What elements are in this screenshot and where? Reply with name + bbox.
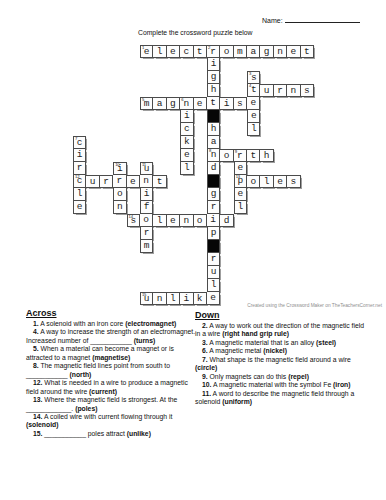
down-heading: Down [195, 310, 385, 320]
grid-cell[interactable]: r2 [207, 45, 220, 58]
grid-cell[interactable]: o [194, 214, 207, 227]
grid-cell[interactable]: o [220, 45, 233, 58]
grid-cell[interactable]: n8 [207, 149, 220, 162]
grid-cell[interactable]: o [247, 175, 260, 188]
grid-cell[interactable]: n [180, 214, 193, 227]
across-clue-13: 13. Where the magnetic field is stronges… [26, 396, 212, 413]
grid-cell[interactable]: l [153, 45, 166, 58]
grid-cell[interactable]: o [113, 188, 126, 201]
down-clue-2: 2. A way to work out the direction of th… [195, 322, 385, 339]
down-section: Down 2. A way to work out the direction … [195, 310, 385, 407]
grid-cell[interactable]: s [301, 84, 314, 97]
across-clue-8: 8. The magnetic field lines point from s… [26, 362, 212, 379]
grid-cell[interactable]: t4 [247, 84, 260, 97]
grid-cell[interactable]: t [247, 149, 260, 162]
across-section: Across 1. A solenoid with an iron core (… [26, 308, 212, 438]
name-blank-line [285, 15, 360, 23]
across-clue-14: 14. A coiled wire with current flowing t… [26, 413, 212, 430]
grid-cell[interactable]: r [100, 175, 113, 188]
down-clue-11: 11. A word to describe the magnetic fiel… [195, 390, 385, 407]
down-clue-6: 6. A magnetic metal (nickel) [195, 347, 385, 355]
grid-cell[interactable]: e [127, 175, 140, 188]
grid-cell[interactable]: r [274, 84, 287, 97]
grid-cell[interactable]: l [73, 188, 86, 201]
grid-cell[interactable]: d [220, 214, 233, 227]
grid-cell[interactable]: d [207, 162, 220, 175]
grid-cell[interactable]: m5 [140, 97, 153, 110]
across-clue-list: 1. A solenoid with an iron core (electro… [26, 320, 212, 438]
grid-cell[interactable]: g [260, 45, 273, 58]
grid-cell[interactable]: h [207, 84, 220, 97]
grid-cell[interactable]: l [234, 201, 247, 214]
grid-cell[interactable]: e [234, 188, 247, 201]
grid-cell[interactable]: u [207, 266, 220, 279]
grid-cell[interactable]: n [113, 201, 126, 214]
grid-cell[interactable]: e [247, 97, 260, 110]
grid-cell[interactable]: i [73, 149, 86, 162]
grid-cell[interactable]: l [260, 175, 273, 188]
grid-cell[interactable]: l [167, 292, 180, 305]
grid-cell[interactable]: o [140, 214, 153, 227]
clue-number: 15 [142, 293, 146, 298]
grid-cell[interactable]: i [220, 97, 233, 110]
grid-cell[interactable]: i [207, 58, 220, 71]
grid-cell[interactable]: o [220, 149, 233, 162]
down-clue-10: 10. A magnetic material with the symbol … [195, 381, 385, 389]
grid-cell[interactable]: g [207, 71, 220, 84]
grid-cell[interactable]: t [207, 97, 220, 110]
grid-cell[interactable]: u [86, 175, 99, 188]
grid-cell[interactable]: a [153, 97, 166, 110]
grid-cell[interactable]: l [247, 123, 260, 136]
down-clue-list: 2. A way to work out the direction of th… [195, 322, 385, 407]
across-clue-4: 4. A way to increase the strength of an … [26, 328, 212, 345]
grid-cell[interactable]: e [194, 97, 207, 110]
clue-number: 3 [249, 72, 251, 77]
black-cell[interactable] [207, 175, 220, 188]
grid-cell[interactable]: p [207, 227, 220, 240]
grid-cell[interactable]: n [274, 45, 287, 58]
grid-cell[interactable]: e [73, 201, 86, 214]
clue-number: 7 [75, 137, 77, 142]
grid-cell[interactable]: e [167, 214, 180, 227]
grid-cell[interactable]: e [274, 175, 287, 188]
grid-cell[interactable]: k [194, 292, 207, 305]
grid-cell[interactable]: f [140, 201, 153, 214]
across-clue-5: 5. When a material can become a magnet o… [26, 345, 212, 362]
clue-number: 2 [208, 46, 210, 51]
black-cell[interactable] [207, 240, 220, 253]
grid-cell[interactable]: g [207, 188, 220, 201]
across-clue-1: 1. A solenoid with an iron core (electro… [26, 320, 212, 328]
name-label: Name: [262, 17, 283, 24]
clue-number: 5 [142, 98, 144, 103]
grid-cell[interactable]: l [153, 214, 166, 227]
grid-cell[interactable]: e [180, 149, 193, 162]
grid-cell[interactable]: i [140, 188, 153, 201]
grid-cell[interactable]: i [180, 110, 193, 123]
name-row: Name: [262, 15, 360, 24]
grid-cell[interactable]: m [234, 45, 247, 58]
grid-cell[interactable]: u15 [140, 292, 153, 305]
clue-number: 12 [75, 175, 79, 180]
grid-cell[interactable]: c [180, 45, 193, 58]
grid-cell[interactable]: e [167, 45, 180, 58]
across-clue-15: 15. ___________ poles attract (unlike) [26, 430, 212, 438]
grid-cell[interactable]: n [287, 84, 300, 97]
grid-cell[interactable]: c [180, 123, 193, 136]
grid-cell[interactable]: u11 [140, 162, 153, 175]
clue-number: 14 [129, 215, 133, 220]
grid-cell[interactable]: r [207, 253, 220, 266]
grid-cell[interactable]: s [287, 175, 300, 188]
grid-cell[interactable]: h [207, 123, 220, 136]
down-clue-9: 9. Only magnets can do this (repel) [195, 373, 385, 381]
grid-cell[interactable]: t [301, 45, 314, 58]
grid-cell[interactable]: a [247, 45, 260, 58]
grid-cell[interactable]: c12 [73, 175, 86, 188]
grid-cell[interactable]: m [140, 240, 153, 253]
clue-number: 13 [236, 175, 240, 180]
grid-cell[interactable]: r [113, 175, 126, 188]
grid-cell[interactable]: n [140, 175, 153, 188]
grid-cell[interactable]: t [194, 45, 207, 58]
page-title: Complete the crossword puzzle below [138, 29, 252, 36]
down-clue-7: 7. What shape is the magnetic field arou… [195, 356, 385, 373]
grid-cell[interactable]: t [153, 175, 166, 188]
grid-cell[interactable]: k [180, 136, 193, 149]
grid-cell[interactable]: r [140, 227, 153, 240]
across-heading: Across [26, 308, 212, 318]
grid-cell[interactable]: p13 [234, 175, 247, 188]
clue-number: 10 [115, 163, 119, 168]
credit-line: Created using the Crossword Maker on The… [210, 303, 382, 308]
grid-cell[interactable]: l [207, 279, 220, 292]
clue-number: 8 [209, 149, 211, 154]
grid-cell[interactable]: s14 [127, 214, 140, 227]
grid-cell[interactable]: n [153, 292, 166, 305]
grid-cell[interactable]: e1 [140, 45, 153, 58]
grid-cell[interactable]: e [247, 110, 260, 123]
clue-number: 11 [142, 163, 146, 168]
grid-cell[interactable]: r [207, 201, 220, 214]
crossword-grid: e1lectr2omagnetigs3ht4urnsm5agn6etiseiec… [73, 45, 314, 305]
clue-number: 6 [181, 98, 183, 103]
clue-number: 4 [249, 84, 251, 89]
grid-cell[interactable]: e [287, 45, 300, 58]
grid-cell[interactable]: n6 [180, 97, 193, 110]
grid-cell[interactable]: g [167, 97, 180, 110]
grid-cell[interactable]: l [180, 162, 193, 175]
black-cell[interactable] [207, 110, 220, 123]
grid-cell[interactable]: c7 [73, 136, 86, 149]
down-clue-3: 3. A magnetic material that is an alloy … [195, 339, 385, 347]
grid-cell[interactable]: h [260, 149, 273, 162]
grid-cell[interactable]: i [180, 292, 193, 305]
grid-cell[interactable]: i10 [113, 162, 126, 175]
grid-cell[interactable]: s [234, 97, 247, 110]
across-clue-12: 12. What is needed in a wire to produce … [26, 379, 212, 396]
grid-cell[interactable]: r9 [234, 149, 247, 162]
clue-number: 1 [142, 46, 144, 51]
grid-cell[interactable]: u [260, 84, 273, 97]
clue-number: 9 [235, 150, 237, 155]
grid-cell[interactable]: i [207, 214, 220, 227]
